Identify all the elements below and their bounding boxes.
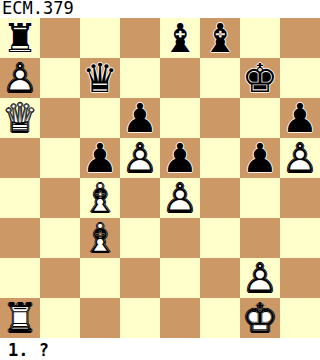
square-b3[interactable] bbox=[40, 218, 80, 258]
square-e8[interactable]: ♝ bbox=[160, 18, 200, 58]
square-f6[interactable] bbox=[200, 98, 240, 138]
square-c1[interactable] bbox=[80, 298, 120, 338]
square-g2[interactable]: ♟♙ bbox=[240, 258, 280, 298]
piece-black-queen: ♛ bbox=[80, 58, 120, 98]
piece-black-pawn: ♟ bbox=[80, 138, 120, 178]
square-b4[interactable] bbox=[40, 178, 80, 218]
piece-white-bishop: ♝♗ bbox=[80, 178, 120, 218]
piece-black-pawn: ♟ bbox=[280, 98, 320, 138]
piece-black-pawn: ♟ bbox=[120, 98, 160, 138]
square-f2[interactable] bbox=[200, 258, 240, 298]
piece-black-rook: ♜ bbox=[0, 18, 40, 58]
square-a5[interactable] bbox=[0, 138, 40, 178]
square-e7[interactable] bbox=[160, 58, 200, 98]
square-c5[interactable]: ♟ bbox=[80, 138, 120, 178]
square-c2[interactable] bbox=[80, 258, 120, 298]
square-b7[interactable] bbox=[40, 58, 80, 98]
move-prompt: 1. ? bbox=[0, 338, 320, 360]
square-c6[interactable] bbox=[80, 98, 120, 138]
square-g8[interactable] bbox=[240, 18, 280, 58]
square-d7[interactable] bbox=[120, 58, 160, 98]
square-g1[interactable]: ♚♔ bbox=[240, 298, 280, 338]
square-d8[interactable] bbox=[120, 18, 160, 58]
square-f3[interactable] bbox=[200, 218, 240, 258]
square-h4[interactable] bbox=[280, 178, 320, 218]
piece-white-pawn: ♟♙ bbox=[160, 178, 200, 218]
piece-white-rook: ♜♖ bbox=[0, 298, 40, 338]
piece-white-king: ♚♔ bbox=[240, 298, 280, 338]
square-c8[interactable] bbox=[80, 18, 120, 58]
square-h5[interactable]: ♟♙ bbox=[280, 138, 320, 178]
diagram-title: ECM.379 bbox=[0, 0, 320, 18]
square-e1[interactable] bbox=[160, 298, 200, 338]
square-b5[interactable] bbox=[40, 138, 80, 178]
piece-black-bishop: ♝ bbox=[160, 18, 200, 58]
piece-white-pawn: ♟♙ bbox=[120, 138, 160, 178]
square-g3[interactable] bbox=[240, 218, 280, 258]
piece-white-bishop: ♝♗ bbox=[80, 218, 120, 258]
square-a1[interactable]: ♜♖ bbox=[0, 298, 40, 338]
square-b8[interactable] bbox=[40, 18, 80, 58]
square-e5[interactable]: ♟ bbox=[160, 138, 200, 178]
square-h3[interactable] bbox=[280, 218, 320, 258]
square-b6[interactable] bbox=[40, 98, 80, 138]
square-f7[interactable] bbox=[200, 58, 240, 98]
square-d1[interactable] bbox=[120, 298, 160, 338]
square-g7[interactable]: ♚ bbox=[240, 58, 280, 98]
chess-board: ♜♝♝♟♙♛♚♛♕♟♟♟♟♙♟♟♟♙♝♗♟♙♝♗♟♙♜♖♚♔ bbox=[0, 18, 320, 338]
square-f4[interactable] bbox=[200, 178, 240, 218]
piece-white-pawn: ♟♙ bbox=[0, 58, 40, 98]
square-a3[interactable] bbox=[0, 218, 40, 258]
square-d2[interactable] bbox=[120, 258, 160, 298]
piece-white-pawn: ♟♙ bbox=[240, 258, 280, 298]
square-a8[interactable]: ♜ bbox=[0, 18, 40, 58]
square-f8[interactable]: ♝ bbox=[200, 18, 240, 58]
square-d6[interactable]: ♟ bbox=[120, 98, 160, 138]
square-a7[interactable]: ♟♙ bbox=[0, 58, 40, 98]
square-f1[interactable] bbox=[200, 298, 240, 338]
square-h6[interactable]: ♟ bbox=[280, 98, 320, 138]
chess-diagram-window: ECM.379 ♜♝♝♟♙♛♚♛♕♟♟♟♟♙♟♟♟♙♝♗♟♙♝♗♟♙♜♖♚♔ 1… bbox=[0, 0, 320, 360]
square-g6[interactable] bbox=[240, 98, 280, 138]
square-e4[interactable]: ♟♙ bbox=[160, 178, 200, 218]
square-a6[interactable]: ♛♕ bbox=[0, 98, 40, 138]
square-g4[interactable] bbox=[240, 178, 280, 218]
square-d4[interactable] bbox=[120, 178, 160, 218]
piece-white-pawn: ♟♙ bbox=[280, 138, 320, 178]
square-h7[interactable] bbox=[280, 58, 320, 98]
piece-black-king: ♚ bbox=[240, 58, 280, 98]
piece-white-queen: ♛♕ bbox=[0, 98, 40, 138]
square-g5[interactable]: ♟ bbox=[240, 138, 280, 178]
piece-black-pawn: ♟ bbox=[240, 138, 280, 178]
piece-black-bishop: ♝ bbox=[200, 18, 240, 58]
square-b1[interactable] bbox=[40, 298, 80, 338]
square-d3[interactable] bbox=[120, 218, 160, 258]
square-h2[interactable] bbox=[280, 258, 320, 298]
square-h1[interactable] bbox=[280, 298, 320, 338]
square-f5[interactable] bbox=[200, 138, 240, 178]
square-h8[interactable] bbox=[280, 18, 320, 58]
square-e2[interactable] bbox=[160, 258, 200, 298]
square-c3[interactable]: ♝♗ bbox=[80, 218, 120, 258]
square-d5[interactable]: ♟♙ bbox=[120, 138, 160, 178]
square-c4[interactable]: ♝♗ bbox=[80, 178, 120, 218]
square-a2[interactable] bbox=[0, 258, 40, 298]
square-c7[interactable]: ♛ bbox=[80, 58, 120, 98]
square-b2[interactable] bbox=[40, 258, 80, 298]
square-e3[interactable] bbox=[160, 218, 200, 258]
square-a4[interactable] bbox=[0, 178, 40, 218]
square-e6[interactable] bbox=[160, 98, 200, 138]
piece-black-pawn: ♟ bbox=[160, 138, 200, 178]
